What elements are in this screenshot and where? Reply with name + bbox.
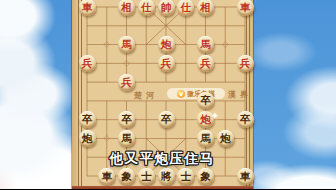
piece-red-soldier[interactable]: 兵 [79, 55, 96, 72]
sky-background-right [253, 0, 336, 189]
last-move-sparkle-icon: ✦ [211, 111, 219, 121]
subtitle-caption: 他又平炮压住马 [110, 150, 215, 168]
piece-red-soldier[interactable]: 兵 [118, 74, 135, 91]
piece-black-soldier[interactable]: 卒 [118, 111, 135, 128]
piece-black-advisor[interactable]: 士 [177, 168, 194, 185]
piece-black-cannon[interactable]: 炮 [79, 130, 96, 147]
sky-background-left [0, 0, 72, 189]
piece-red-cannon[interactable]: 炮 [158, 36, 175, 53]
video-frame: 楚河 漢界 V 微乐象棋 車相仕帥仕相車馬炮馬兵兵兵兵兵炮卒卒卒卒卒炮馬馬炮車象… [0, 0, 336, 189]
piece-black-elephant[interactable]: 象 [118, 168, 135, 185]
piece-red-advisor[interactable]: 仕 [177, 0, 194, 16]
piece-black-elephant[interactable]: 象 [197, 168, 214, 185]
piece-red-soldier[interactable]: 兵 [237, 55, 254, 72]
piece-red-chariot[interactable]: 車 [237, 0, 254, 16]
piece-black-horse[interactable]: 馬 [197, 130, 214, 147]
piece-black-general[interactable]: 將 [158, 168, 175, 185]
piece-red-elephant[interactable]: 相 [197, 0, 214, 16]
piece-red-soldier[interactable]: 兵 [158, 55, 175, 72]
piece-black-soldier[interactable]: 卒 [237, 111, 254, 128]
piece-red-general[interactable]: 帥 [158, 0, 175, 16]
piece-black-soldier[interactable]: 卒 [79, 111, 96, 128]
board-bottom-edge [72, 186, 253, 190]
piece-red-elephant[interactable]: 相 [118, 0, 135, 16]
piece-black-cannon[interactable]: 炮 [217, 130, 234, 147]
piece-black-chariot[interactable]: 車 [98, 168, 115, 185]
piece-black-advisor[interactable]: 士 [138, 168, 155, 185]
piece-red-chariot[interactable]: 車 [79, 0, 96, 16]
piece-black-chariot[interactable]: 車 [237, 168, 254, 185]
piece-black-horse[interactable]: 馬 [118, 130, 135, 147]
piece-red-horse[interactable]: 馬 [118, 36, 135, 53]
piece-red-advisor[interactable]: 仕 [138, 0, 155, 16]
piece-red-soldier[interactable]: 兵 [197, 55, 214, 72]
piece-black-soldier[interactable]: 卒 [158, 111, 175, 128]
piece-red-horse[interactable]: 馬 [197, 36, 214, 53]
